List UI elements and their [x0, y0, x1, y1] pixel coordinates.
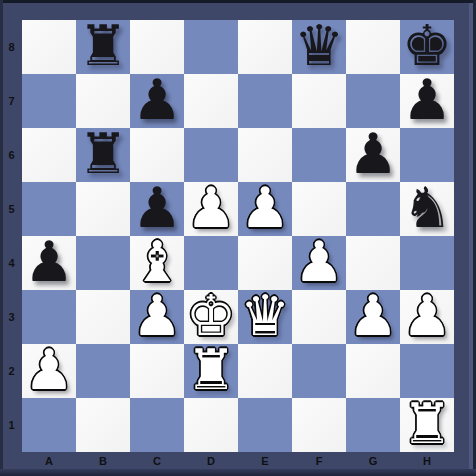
square-e7[interactable] — [238, 74, 292, 128]
black-rook-piece[interactable]: ♜ — [78, 19, 128, 73]
rank-label-5: 5 — [2, 182, 21, 236]
white-bishop-piece[interactable]: ♝ — [132, 235, 182, 289]
square-a4[interactable]: ♟ — [22, 236, 76, 290]
square-a1[interactable] — [22, 398, 76, 452]
square-h1[interactable]: ♜ — [400, 398, 454, 452]
square-c2[interactable] — [130, 344, 184, 398]
file-label-c: C — [130, 452, 184, 470]
square-c8[interactable] — [130, 20, 184, 74]
square-d7[interactable] — [184, 74, 238, 128]
white-pawn-piece[interactable]: ♟ — [348, 289, 398, 343]
file-label-f: F — [292, 452, 346, 470]
file-label-g: G — [346, 452, 400, 470]
black-pawn-piece[interactable]: ♟ — [402, 73, 452, 127]
white-pawn-piece[interactable]: ♟ — [402, 289, 452, 343]
square-c7[interactable]: ♟ — [130, 74, 184, 128]
file-label-h: H — [400, 452, 454, 470]
square-h6[interactable] — [400, 128, 454, 182]
frame-bottom-edge — [0, 469, 476, 476]
black-queen-piece[interactable]: ♛ — [294, 19, 344, 73]
white-pawn-piece[interactable]: ♟ — [294, 235, 344, 289]
black-pawn-piece[interactable]: ♟ — [348, 127, 398, 181]
rank-label-1: 1 — [2, 398, 21, 452]
square-h7[interactable]: ♟ — [400, 74, 454, 128]
white-pawn-piece[interactable]: ♟ — [240, 181, 290, 235]
rank-label-7: 7 — [2, 74, 21, 128]
square-c4[interactable]: ♝ — [130, 236, 184, 290]
square-a8[interactable] — [22, 20, 76, 74]
square-e8[interactable] — [238, 20, 292, 74]
square-h3[interactable]: ♟ — [400, 290, 454, 344]
white-pawn-piece[interactable]: ♟ — [24, 343, 74, 397]
square-h4[interactable] — [400, 236, 454, 290]
square-d5[interactable]: ♟ — [184, 182, 238, 236]
square-g1[interactable] — [346, 398, 400, 452]
rank-label-4: 4 — [2, 236, 21, 290]
square-f8[interactable]: ♛ — [292, 20, 346, 74]
square-e1[interactable] — [238, 398, 292, 452]
square-f6[interactable] — [292, 128, 346, 182]
square-f1[interactable] — [292, 398, 346, 452]
square-b5[interactable] — [76, 182, 130, 236]
square-g3[interactable]: ♟ — [346, 290, 400, 344]
white-rook-piece[interactable]: ♜ — [186, 343, 236, 397]
square-g4[interactable] — [346, 236, 400, 290]
square-d4[interactable] — [184, 236, 238, 290]
black-rook-piece[interactable]: ♜ — [78, 127, 128, 181]
square-b1[interactable] — [76, 398, 130, 452]
rank-label-3: 3 — [2, 290, 21, 344]
square-f4[interactable]: ♟ — [292, 236, 346, 290]
square-e4[interactable] — [238, 236, 292, 290]
square-h8[interactable]: ♚ — [400, 20, 454, 74]
square-g8[interactable] — [346, 20, 400, 74]
white-pawn-piece[interactable]: ♟ — [186, 181, 236, 235]
square-a6[interactable] — [22, 128, 76, 182]
black-knight-piece[interactable]: ♞ — [402, 181, 452, 235]
chess-board-frame: ♜♛♚♟♟♜♟♟♟♟♞♟♝♟♟♚♛♟♟♟♜♜ 87654321 ABCDEFGH — [0, 0, 476, 476]
square-g6[interactable]: ♟ — [346, 128, 400, 182]
square-g5[interactable] — [346, 182, 400, 236]
square-d1[interactable] — [184, 398, 238, 452]
square-e3[interactable]: ♛ — [238, 290, 292, 344]
white-king-piece[interactable]: ♚ — [186, 289, 236, 343]
white-queen-piece[interactable]: ♛ — [240, 289, 290, 343]
square-e2[interactable] — [238, 344, 292, 398]
white-pawn-piece[interactable]: ♟ — [132, 289, 182, 343]
square-e6[interactable] — [238, 128, 292, 182]
square-d6[interactable] — [184, 128, 238, 182]
square-f3[interactable] — [292, 290, 346, 344]
rank-label-6: 6 — [2, 128, 21, 182]
square-a2[interactable]: ♟ — [22, 344, 76, 398]
chess-board[interactable]: ♜♛♚♟♟♜♟♟♟♟♞♟♝♟♟♚♛♟♟♟♜♜ — [22, 20, 454, 452]
file-label-e: E — [238, 452, 292, 470]
square-c6[interactable] — [130, 128, 184, 182]
frame-top-edge — [0, 0, 476, 3]
square-b3[interactable] — [76, 290, 130, 344]
file-label-a: A — [22, 452, 76, 470]
file-label-d: D — [184, 452, 238, 470]
square-b8[interactable]: ♜ — [76, 20, 130, 74]
square-h5[interactable]: ♞ — [400, 182, 454, 236]
black-pawn-piece[interactable]: ♟ — [132, 73, 182, 127]
square-b4[interactable] — [76, 236, 130, 290]
square-d2[interactable]: ♜ — [184, 344, 238, 398]
square-d8[interactable] — [184, 20, 238, 74]
square-g7[interactable] — [346, 74, 400, 128]
square-f2[interactable] — [292, 344, 346, 398]
square-c3[interactable]: ♟ — [130, 290, 184, 344]
black-pawn-piece[interactable]: ♟ — [132, 181, 182, 235]
square-f5[interactable] — [292, 182, 346, 236]
square-a3[interactable] — [22, 290, 76, 344]
square-h2[interactable] — [400, 344, 454, 398]
white-rook-piece[interactable]: ♜ — [402, 397, 452, 451]
black-king-piece[interactable]: ♚ — [402, 19, 452, 73]
square-g2[interactable] — [346, 344, 400, 398]
square-b2[interactable] — [76, 344, 130, 398]
square-a5[interactable] — [22, 182, 76, 236]
black-pawn-piece[interactable]: ♟ — [24, 235, 74, 289]
file-label-b: B — [76, 452, 130, 470]
square-d3[interactable]: ♚ — [184, 290, 238, 344]
rank-label-2: 2 — [2, 344, 21, 398]
square-b6[interactable]: ♜ — [76, 128, 130, 182]
square-a7[interactable] — [22, 74, 76, 128]
square-f7[interactable] — [292, 74, 346, 128]
rank-label-8: 8 — [2, 20, 21, 74]
square-b7[interactable] — [76, 74, 130, 128]
square-c1[interactable] — [130, 398, 184, 452]
square-c5[interactable]: ♟ — [130, 182, 184, 236]
square-e5[interactable]: ♟ — [238, 182, 292, 236]
